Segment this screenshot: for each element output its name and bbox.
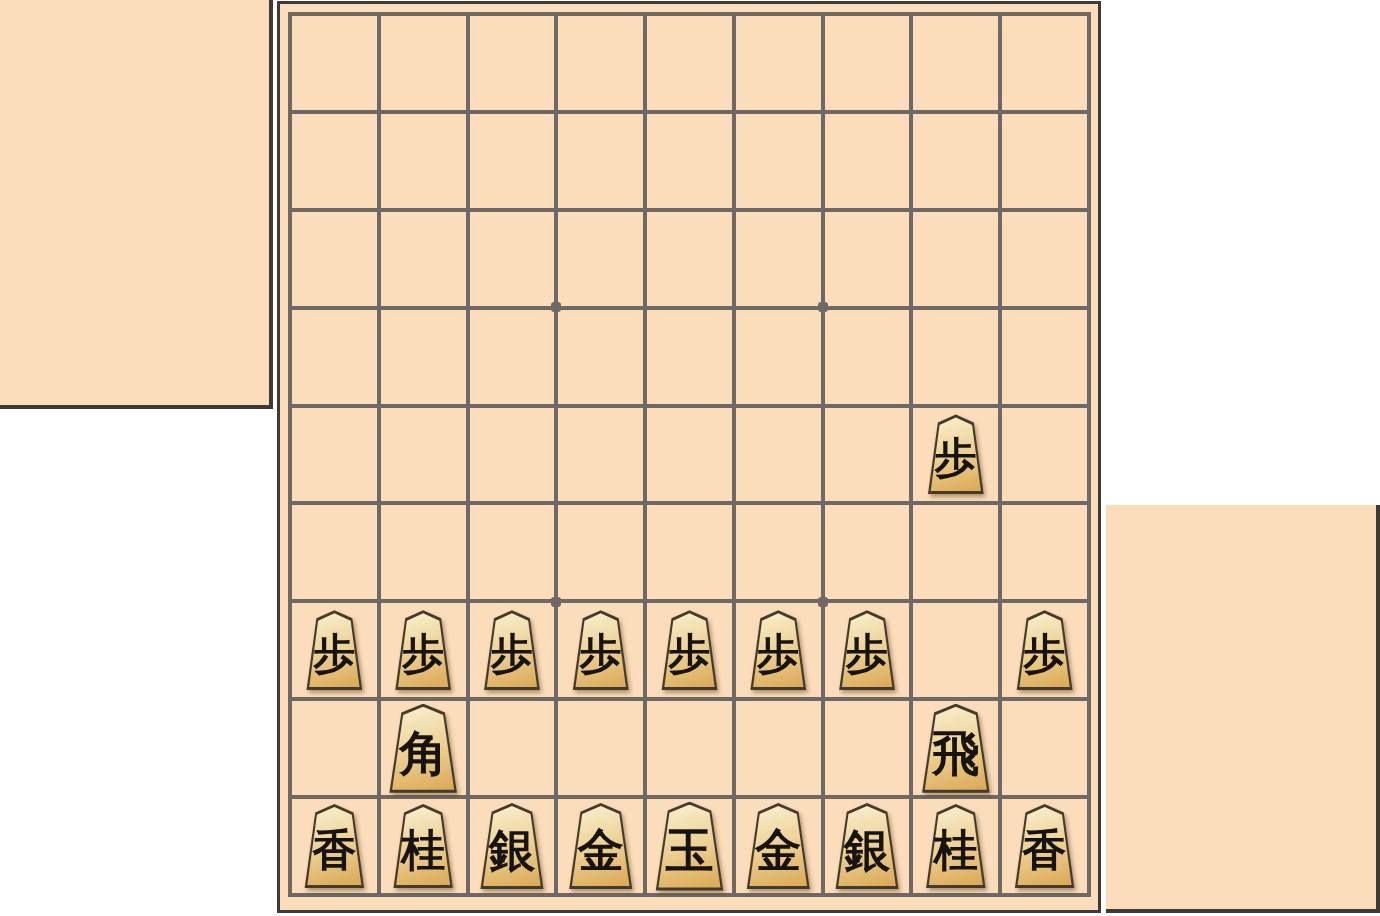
square-4e[interactable]: [736, 408, 821, 502]
square-8g[interactable]: 歩: [381, 603, 466, 697]
piece-lance[interactable]: 香: [1012, 804, 1078, 888]
square-5g[interactable]: 歩: [647, 603, 732, 697]
square-3b[interactable]: [825, 114, 910, 208]
piece-pawn[interactable]: 歩: [303, 610, 365, 690]
piece-silver[interactable]: 銀: [477, 803, 547, 889]
piece-kanji-pawn: 歩: [303, 618, 365, 690]
square-7a[interactable]: [470, 16, 555, 110]
square-5f[interactable]: [647, 505, 732, 599]
piece-kanji-silver: 銀: [477, 812, 547, 889]
piece-kanji-lance: 香: [1012, 812, 1078, 888]
square-2h[interactable]: 飛: [913, 701, 998, 795]
square-8i[interactable]: 桂: [381, 799, 466, 893]
piece-pawn[interactable]: 歩: [836, 610, 898, 690]
square-6g[interactable]: 歩: [558, 603, 643, 697]
square-9b[interactable]: [292, 114, 377, 208]
square-3a[interactable]: [825, 16, 910, 110]
square-7d[interactable]: [470, 310, 555, 404]
piece-pawn[interactable]: 歩: [481, 610, 543, 690]
board-grid-area: 歩歩歩歩歩歩歩歩歩角飛香桂銀金玉金銀桂香: [288, 12, 1091, 897]
square-1g[interactable]: 歩: [1002, 603, 1087, 697]
square-4g[interactable]: 歩: [736, 603, 821, 697]
piece-kanji-pawn: 歩: [481, 618, 543, 690]
piece-knight[interactable]: 桂: [390, 804, 456, 888]
piece-kanji-pawn: 歩: [1014, 618, 1076, 690]
square-7f[interactable]: [470, 505, 555, 599]
square-8h[interactable]: 角: [381, 701, 466, 795]
square-1a[interactable]: [1002, 16, 1087, 110]
square-1d[interactable]: [1002, 310, 1087, 404]
piece-kanji-pawn: 歩: [925, 422, 987, 494]
piece-kanji-pawn: 歩: [570, 618, 632, 690]
square-5d[interactable]: [647, 310, 732, 404]
square-2b[interactable]: [913, 114, 998, 208]
piece-kanji-knight: 桂: [923, 812, 989, 888]
square-3h[interactable]: [825, 701, 910, 795]
square-7c[interactable]: [470, 212, 555, 306]
piece-gold[interactable]: 金: [566, 803, 636, 889]
square-4a[interactable]: [736, 16, 821, 110]
square-6i[interactable]: 金: [558, 799, 643, 893]
piece-kanji-silver: 銀: [832, 812, 902, 889]
piece-pawn[interactable]: 歩: [658, 610, 720, 690]
square-8e[interactable]: [381, 408, 466, 502]
square-2i[interactable]: 桂: [913, 799, 998, 893]
square-5c[interactable]: [647, 212, 732, 306]
piece-kanji-bishop: 角: [386, 713, 461, 793]
square-9e[interactable]: [292, 408, 377, 502]
square-9f[interactable]: [292, 505, 377, 599]
piece-kanji-lance: 香: [301, 812, 367, 888]
square-2c[interactable]: [913, 212, 998, 306]
piece-rook[interactable]: 飛: [918, 704, 993, 793]
piece-pawn[interactable]: 歩: [570, 610, 632, 690]
square-5e[interactable]: [647, 408, 732, 502]
piece-kanji-gold: 金: [743, 812, 813, 889]
square-7b[interactable]: [470, 114, 555, 208]
piece-kanji-king: 玉: [652, 810, 727, 890]
square-8f[interactable]: [381, 505, 466, 599]
board-grid: 歩歩歩歩歩歩歩歩歩角飛香桂銀金玉金銀桂香: [288, 12, 1091, 897]
komadai-sente: [1106, 505, 1380, 913]
piece-king[interactable]: 玉: [652, 802, 727, 891]
square-6c[interactable]: [558, 212, 643, 306]
square-9g[interactable]: 歩: [292, 603, 377, 697]
square-2f[interactable]: [913, 505, 998, 599]
square-7h[interactable]: [470, 701, 555, 795]
square-7g[interactable]: 歩: [470, 603, 555, 697]
square-1e[interactable]: [1002, 408, 1087, 502]
square-3c[interactable]: [825, 212, 910, 306]
square-6f[interactable]: [558, 505, 643, 599]
piece-lance[interactable]: 香: [301, 804, 367, 888]
square-6a[interactable]: [558, 16, 643, 110]
square-3f[interactable]: [825, 505, 910, 599]
square-9i[interactable]: 香: [292, 799, 377, 893]
piece-gold[interactable]: 金: [743, 803, 813, 889]
shogi-board: 歩歩歩歩歩歩歩歩歩角飛香桂銀金玉金銀桂香: [277, 1, 1101, 913]
square-2g[interactable]: [913, 603, 998, 697]
square-5b[interactable]: [647, 114, 732, 208]
piece-kanji-pawn: 歩: [836, 618, 898, 690]
square-2e[interactable]: 歩: [913, 408, 998, 502]
piece-pawn[interactable]: 歩: [392, 610, 454, 690]
square-6e[interactable]: [558, 408, 643, 502]
square-1b[interactable]: [1002, 114, 1087, 208]
square-2a[interactable]: [913, 16, 998, 110]
square-4i[interactable]: 金: [736, 799, 821, 893]
square-8b[interactable]: [381, 114, 466, 208]
piece-kanji-gold: 金: [566, 812, 636, 889]
square-4d[interactable]: [736, 310, 821, 404]
piece-kanji-pawn: 歩: [392, 618, 454, 690]
square-6h[interactable]: [558, 701, 643, 795]
square-3e[interactable]: [825, 408, 910, 502]
square-4c[interactable]: [736, 212, 821, 306]
square-5h[interactable]: [647, 701, 732, 795]
piece-bishop[interactable]: 角: [386, 704, 461, 793]
square-8c[interactable]: [381, 212, 466, 306]
piece-pawn[interactable]: 歩: [925, 414, 987, 494]
square-1f[interactable]: [1002, 505, 1087, 599]
square-1c[interactable]: [1002, 212, 1087, 306]
piece-pawn[interactable]: 歩: [1014, 610, 1076, 690]
square-6d[interactable]: [558, 310, 643, 404]
piece-kanji-pawn: 歩: [747, 618, 809, 690]
komadai-gote: [0, 0, 273, 409]
square-6b[interactable]: [558, 114, 643, 208]
square-4h[interactable]: [736, 701, 821, 795]
piece-pawn[interactable]: 歩: [747, 610, 809, 690]
square-8d[interactable]: [381, 310, 466, 404]
piece-kanji-pawn: 歩: [658, 618, 720, 690]
piece-silver[interactable]: 銀: [832, 803, 902, 889]
square-4f[interactable]: [736, 505, 821, 599]
square-2d[interactable]: [913, 310, 998, 404]
square-3d[interactable]: [825, 310, 910, 404]
piece-knight[interactable]: 桂: [923, 804, 989, 888]
square-5a[interactable]: [647, 16, 732, 110]
square-1h[interactable]: [1002, 701, 1087, 795]
square-3i[interactable]: 銀: [825, 799, 910, 893]
square-7e[interactable]: [470, 408, 555, 502]
square-9h[interactable]: [292, 701, 377, 795]
square-8a[interactable]: [381, 16, 466, 110]
square-9c[interactable]: [292, 212, 377, 306]
square-5i[interactable]: 玉: [647, 799, 732, 893]
square-4b[interactable]: [736, 114, 821, 208]
piece-kanji-knight: 桂: [390, 812, 456, 888]
square-3g[interactable]: 歩: [825, 603, 910, 697]
square-9d[interactable]: [292, 310, 377, 404]
square-9a[interactable]: [292, 16, 377, 110]
square-1i[interactable]: 香: [1002, 799, 1087, 893]
square-7i[interactable]: 銀: [470, 799, 555, 893]
piece-kanji-rook: 飛: [918, 713, 993, 793]
